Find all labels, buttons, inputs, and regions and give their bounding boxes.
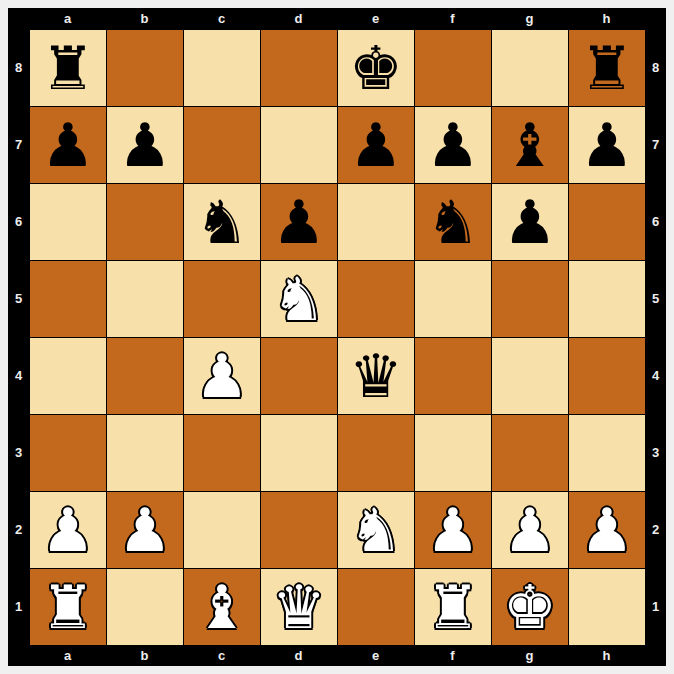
square-g4[interactable] [491,337,568,414]
white-pawn[interactable]: ♟ [118,492,172,568]
square-g1[interactable]: ♚ [491,568,568,645]
black-rook[interactable]: ♜ [580,30,634,106]
square-a1[interactable]: ♜ [29,568,106,645]
rank-label-3-left: 3 [8,414,29,491]
square-h6[interactable] [568,183,645,260]
rank-label-1-right: 1 [645,568,666,645]
file-label-f-bottom: f [414,645,491,666]
black-knight[interactable]: ♞ [426,184,480,260]
rank-label-8-right: 8 [645,29,666,106]
black-pawn[interactable]: ♟ [349,107,403,183]
square-f3[interactable] [414,414,491,491]
file-label-g-top: g [491,8,568,29]
square-c6[interactable]: ♞ [183,183,260,260]
board-corner-top-left [8,8,29,29]
black-pawn[interactable]: ♟ [41,107,95,183]
square-c7[interactable] [183,106,260,183]
black-pawn[interactable]: ♟ [426,107,480,183]
square-d3[interactable] [260,414,337,491]
square-a6[interactable] [29,183,106,260]
square-d2[interactable] [260,491,337,568]
file-label-e-top: e [337,8,414,29]
square-b4[interactable] [106,337,183,414]
square-f8[interactable] [414,29,491,106]
square-f6[interactable]: ♞ [414,183,491,260]
rank-label-2-right: 2 [645,491,666,568]
rank-label-2-left: 2 [8,491,29,568]
square-g8[interactable] [491,29,568,106]
square-g6[interactable]: ♟ [491,183,568,260]
square-h2[interactable]: ♟ [568,491,645,568]
rank-label-4-left: 4 [8,337,29,414]
square-b2[interactable]: ♟ [106,491,183,568]
square-d1[interactable]: ♛ [260,568,337,645]
square-g5[interactable] [491,260,568,337]
white-king[interactable]: ♚ [503,569,557,645]
file-label-b-top: b [106,8,183,29]
square-d6[interactable]: ♟ [260,183,337,260]
black-pawn[interactable]: ♟ [118,107,172,183]
file-label-g-bottom: g [491,645,568,666]
file-label-f-top: f [414,8,491,29]
white-pawn[interactable]: ♟ [41,492,95,568]
square-e2[interactable]: ♞ [337,491,414,568]
white-queen[interactable]: ♛ [272,569,326,645]
board-corner-top-right [645,8,666,29]
square-b7[interactable]: ♟ [106,106,183,183]
square-g7[interactable]: ♝ [491,106,568,183]
black-queen[interactable]: ♛ [349,338,403,414]
file-label-c-bottom: c [183,645,260,666]
square-g3[interactable] [491,414,568,491]
rank-label-6-left: 6 [8,183,29,260]
white-pawn[interactable]: ♟ [195,338,249,414]
square-e5[interactable] [337,260,414,337]
rank-label-3-right: 3 [645,414,666,491]
black-bishop[interactable]: ♝ [503,107,557,183]
square-b1[interactable] [106,568,183,645]
board-corner-bottom-right [645,645,666,666]
file-label-b-bottom: b [106,645,183,666]
square-e4[interactable]: ♛ [337,337,414,414]
file-label-d-top: d [260,8,337,29]
square-f4[interactable] [414,337,491,414]
white-pawn[interactable]: ♟ [580,492,634,568]
square-f5[interactable] [414,260,491,337]
square-c2[interactable] [183,491,260,568]
square-e3[interactable] [337,414,414,491]
white-pawn[interactable]: ♟ [503,492,557,568]
black-pawn[interactable]: ♟ [580,107,634,183]
white-bishop[interactable]: ♝ [195,569,249,645]
file-label-d-bottom: d [260,645,337,666]
square-f7[interactable]: ♟ [414,106,491,183]
square-h1[interactable] [568,568,645,645]
black-rook[interactable]: ♜ [41,30,95,106]
rank-label-4-right: 4 [645,337,666,414]
square-b8[interactable] [106,29,183,106]
square-b5[interactable] [106,260,183,337]
square-a2[interactable]: ♟ [29,491,106,568]
square-d7[interactable] [260,106,337,183]
square-h5[interactable] [568,260,645,337]
rank-label-5-right: 5 [645,260,666,337]
square-f2[interactable]: ♟ [414,491,491,568]
square-f1[interactable]: ♜ [414,568,491,645]
square-e1[interactable] [337,568,414,645]
black-pawn[interactable]: ♟ [503,184,557,260]
square-a3[interactable] [29,414,106,491]
square-c5[interactable] [183,260,260,337]
square-c4[interactable]: ♟ [183,337,260,414]
file-label-h-bottom: h [568,645,645,666]
white-pawn[interactable]: ♟ [426,492,480,568]
rank-label-7-right: 7 [645,106,666,183]
square-h7[interactable]: ♟ [568,106,645,183]
rank-label-8-left: 8 [8,29,29,106]
file-label-e-bottom: e [337,645,414,666]
square-c1[interactable]: ♝ [183,568,260,645]
white-knight[interactable]: ♞ [272,261,326,337]
rank-label-6-right: 6 [645,183,666,260]
square-b3[interactable] [106,414,183,491]
square-h4[interactable] [568,337,645,414]
square-a8[interactable]: ♜ [29,29,106,106]
square-e8[interactable]: ♚ [337,29,414,106]
square-a4[interactable] [29,337,106,414]
black-knight[interactable]: ♞ [195,184,249,260]
file-label-c-top: c [183,8,260,29]
square-b6[interactable] [106,183,183,260]
square-h8[interactable]: ♜ [568,29,645,106]
black-pawn[interactable]: ♟ [272,184,326,260]
white-rook[interactable]: ♜ [41,569,95,645]
square-h3[interactable] [568,414,645,491]
square-d4[interactable] [260,337,337,414]
square-a5[interactable] [29,260,106,337]
file-label-a-top: a [29,8,106,29]
square-d8[interactable] [260,29,337,106]
board-corner-bottom-left [8,645,29,666]
square-e6[interactable] [337,183,414,260]
file-label-h-top: h [568,8,645,29]
square-e7[interactable]: ♟ [337,106,414,183]
black-king[interactable]: ♚ [349,30,403,106]
rank-label-5-left: 5 [8,260,29,337]
chess-board: abcdefgh8♜♚♜87♟♟♟♟♝♟76♞♟♞♟65♞54♟♛4332♟♟♞… [8,8,666,666]
rank-label-1-left: 1 [8,568,29,645]
rank-label-7-left: 7 [8,106,29,183]
square-c3[interactable] [183,414,260,491]
file-label-a-bottom: a [29,645,106,666]
square-g2[interactable]: ♟ [491,491,568,568]
white-knight[interactable]: ♞ [349,492,403,568]
square-a7[interactable]: ♟ [29,106,106,183]
white-rook[interactable]: ♜ [426,569,480,645]
square-c8[interactable] [183,29,260,106]
square-d5[interactable]: ♞ [260,260,337,337]
